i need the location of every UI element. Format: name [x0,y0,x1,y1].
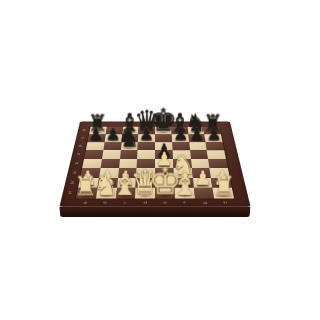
board-front-edge [59,207,250,217]
chess-board: ♜♝♛♚♝♞♜♟♟♟♟♟♟♟♞♟♟♞♟♟♟♟♟♟♟♜♞♝♛♚♝♜ abcdefg… [71,75,239,243]
rank-label-4: 4 [75,162,79,165]
square-a5 [84,150,103,159]
file-labels: abcdefgh [74,199,236,207]
square-b5 [102,150,121,159]
rank-label-1: 1 [68,191,72,194]
square-c5 [120,150,138,159]
file-label-b: b [103,201,107,204]
file-label-a: a [83,201,87,204]
square-a6 [86,142,105,150]
square-h6 [206,142,225,150]
square-h5 [207,150,226,159]
rank-label-7: 7 [81,137,84,139]
black-pawn-a7: ♟ [88,125,103,142]
square-d5 [137,150,155,159]
white-rook-h1: ♜ [212,172,236,199]
file-label-g: g [203,201,207,204]
file-label-e: e [163,201,167,204]
square-h7: ♟ [204,134,222,142]
black-pawn-g7: ♟ [190,125,205,142]
white-bishop-f1: ♝ [171,169,198,199]
square-c6: ♞ [120,142,138,150]
square-f7: ♟ [171,134,188,142]
square-f1: ♝ [174,188,194,199]
rank-label-6: 6 [79,145,83,147]
square-a7: ♟ [87,134,105,142]
rank-label-8: 8 [82,129,85,131]
file-label-d: d [143,201,147,204]
square-g7: ♟ [188,134,206,142]
rank-label-5: 5 [77,153,81,155]
square-d7: ♟ [138,134,155,142]
board-frame: ♜♝♛♚♝♞♜♟♟♟♟♟♟♟♞♟♟♞♟♟♟♟♟♟♟♜♞♝♛♚♝♜ abcdefg… [59,122,250,207]
photo-background: ♜♝♛♚♝♞♜♟♟♟♟♟♟♟♞♟♟♞♟♟♟♟♟♟♟♜♞♝♛♚♝♜ abcdefg… [0,0,320,320]
file-label-c: c [123,201,126,204]
square-h1: ♜ [213,188,234,199]
black-knight-c6: ♞ [118,125,141,150]
file-label-h: h [223,201,227,204]
square-d6 [138,142,155,150]
black-pawn-d7: ♟ [139,125,154,142]
board-grid: ♜♝♛♚♝♞♜♟♟♟♟♟♟♟♞♟♟♞♟♟♟♟♟♟♟♜♞♝♛♚♝♜ [76,127,234,199]
file-label-f: f [183,201,185,204]
black-pawn-f7: ♟ [173,125,188,142]
black-pawn-h7: ♟ [206,125,221,142]
